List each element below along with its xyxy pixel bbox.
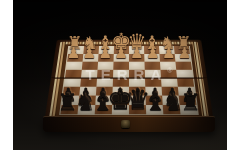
piece-white-pawn[interactable]: ♟: [114, 45, 128, 60]
registered-mark: ®: [167, 67, 172, 74]
piece-white-pawn[interactable]: ♟: [162, 45, 176, 60]
piece-white-pawn[interactable]: ♟: [98, 45, 112, 60]
piece-white-pawn[interactable]: ♟: [146, 45, 160, 60]
piece-white-pawn[interactable]: ♟: [130, 45, 144, 60]
photo-frame: ♜♞♝♛♚♝♞♜♟♟♟♟♟♟♟♟♟♟♟♟♟♟♟♟♜♞♝♛♚♝♞♜ TERRA®: [0, 0, 240, 150]
piece-black-rook[interactable]: ♜: [57, 91, 78, 114]
white-matte-right: [227, 0, 240, 150]
piece-white-pawn[interactable]: ♟: [82, 45, 96, 60]
piece-white-pawn[interactable]: ♟: [178, 45, 192, 60]
watermark-text: TERRA: [86, 66, 168, 83]
white-matte-left: [0, 0, 13, 150]
board-front-edge: [43, 116, 215, 132]
piece-white-pawn[interactable]: ♟: [67, 45, 81, 60]
watermark: TERRA®: [86, 66, 173, 83]
clasp-latch[interactable]: [121, 120, 130, 128]
piece-black-knight[interactable]: ♞: [75, 91, 96, 114]
piece-black-rook[interactable]: ♜: [180, 91, 201, 114]
chess-photo: ♜♞♝♛♚♝♞♜♟♟♟♟♟♟♟♟♟♟♟♟♟♟♟♟♜♞♝♛♚♝♞♜ TERRA®: [13, 0, 227, 150]
